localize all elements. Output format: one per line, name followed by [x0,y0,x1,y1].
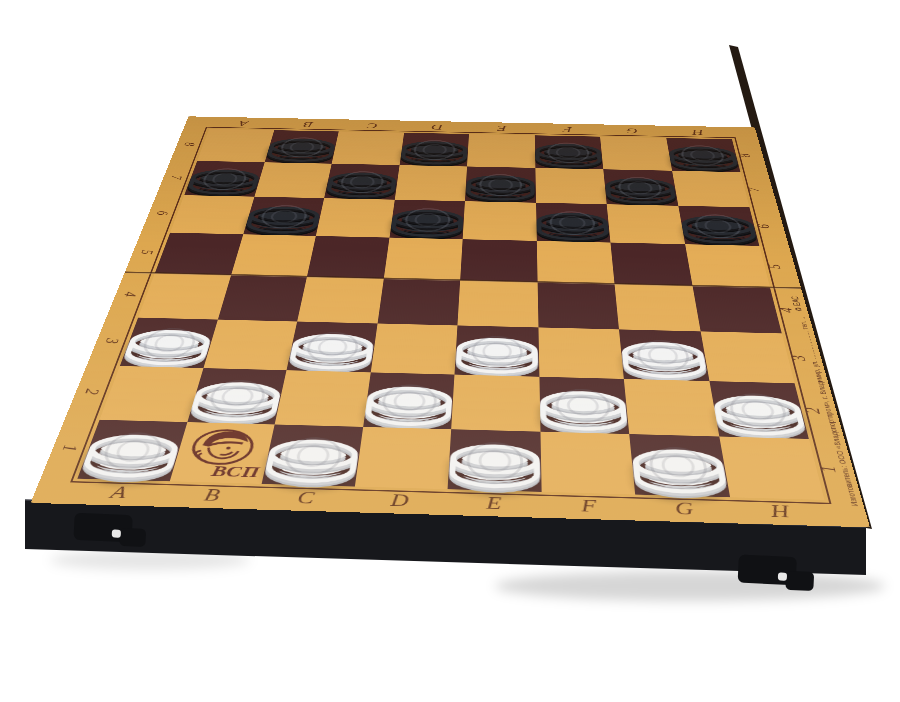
black-checker-d6: ⛂ [389,200,465,239]
white-checker-g1: ⛂ [629,435,730,499]
black-checker-e7: ⛂ [465,167,536,203]
square-f5 [536,241,614,284]
square-h5 [685,244,770,287]
black-checker-c7: ⛂ [324,164,399,200]
white-checker-c1: ⛂ [261,425,362,487]
white-checker-f2: ⛂ [539,378,629,435]
square-e5 [460,239,537,282]
square-g3: ⛂ [619,329,709,381]
square-e7: ⛂ [465,166,536,202]
white-checker-h2: ⛂ [709,382,809,440]
square-h4 [692,286,782,334]
square-e3: ⛂ [454,325,539,377]
black-checker-b8: ⛂ [264,131,338,164]
black-checker-h6: ⛂ [678,207,759,247]
black-checker-b6: ⛂ [243,197,324,236]
square-a1: ⛂ [77,419,187,481]
square-b6: ⛂ [243,197,324,236]
white-checker-a1: ⛂ [77,421,187,483]
square-f1 [540,431,635,494]
square-g7: ⛂ [603,169,678,206]
square-g1: ⛂ [629,434,729,497]
square-h2: ⛂ [709,381,809,439]
square-h6: ⛂ [678,206,759,246]
square-d6: ⛂ [389,200,465,239]
square-h1 [719,436,825,500]
white-checker-e3: ⛂ [454,326,539,378]
square-b4 [218,275,307,321]
square-b5 [231,234,316,277]
square-c5 [307,236,389,279]
black-checker-d8: ⛂ [399,133,469,167]
square-f6: ⛂ [536,203,611,243]
scene: ABCDEFGH 87654321 87654321 ABCDEFGH ⛂⛂⛂⛂… [0,0,900,702]
square-d1 [354,427,451,490]
black-checker-g7: ⛂ [603,170,678,207]
brand-logo: ВСП [170,422,275,484]
white-checker-d2: ⛂ [363,373,455,430]
square-e1: ⛂ [448,429,542,492]
square-d4 [377,278,460,325]
square-g6 [607,204,685,244]
white-checker-g3: ⛂ [619,330,709,382]
square-g5 [610,242,692,285]
black-checker-f8: ⛂ [534,136,603,170]
board-shadow [495,571,885,601]
square-h8: ⛂ [666,138,740,172]
square-f4 [537,282,619,329]
square-f8: ⛂ [534,135,603,169]
checkers-board: ABCDEFGH 87654321 87654321 ABCDEFGH ⛂⛂⛂⛂… [31,116,870,527]
square-e6 [463,201,537,240]
square-b8: ⛂ [264,130,338,163]
white-checker-c3: ⛂ [286,322,377,373]
square-c1: ⛂ [262,424,363,486]
black-checker-h8: ⛂ [666,139,741,173]
square-d8: ⛂ [399,133,469,167]
square-a5 [155,232,243,274]
white-checker-e1: ⛂ [447,430,541,493]
square-c3: ⛂ [286,321,377,372]
black-checker-f6: ⛂ [536,203,611,243]
square-f2: ⛂ [539,377,629,434]
square-b2: ⛂ [187,368,286,424]
square-d2: ⛂ [363,372,455,429]
square-d5 [383,237,462,280]
square-c6 [316,198,395,237]
brand-logo-text: ВСП [210,463,262,481]
square-c7: ⛂ [324,164,399,200]
